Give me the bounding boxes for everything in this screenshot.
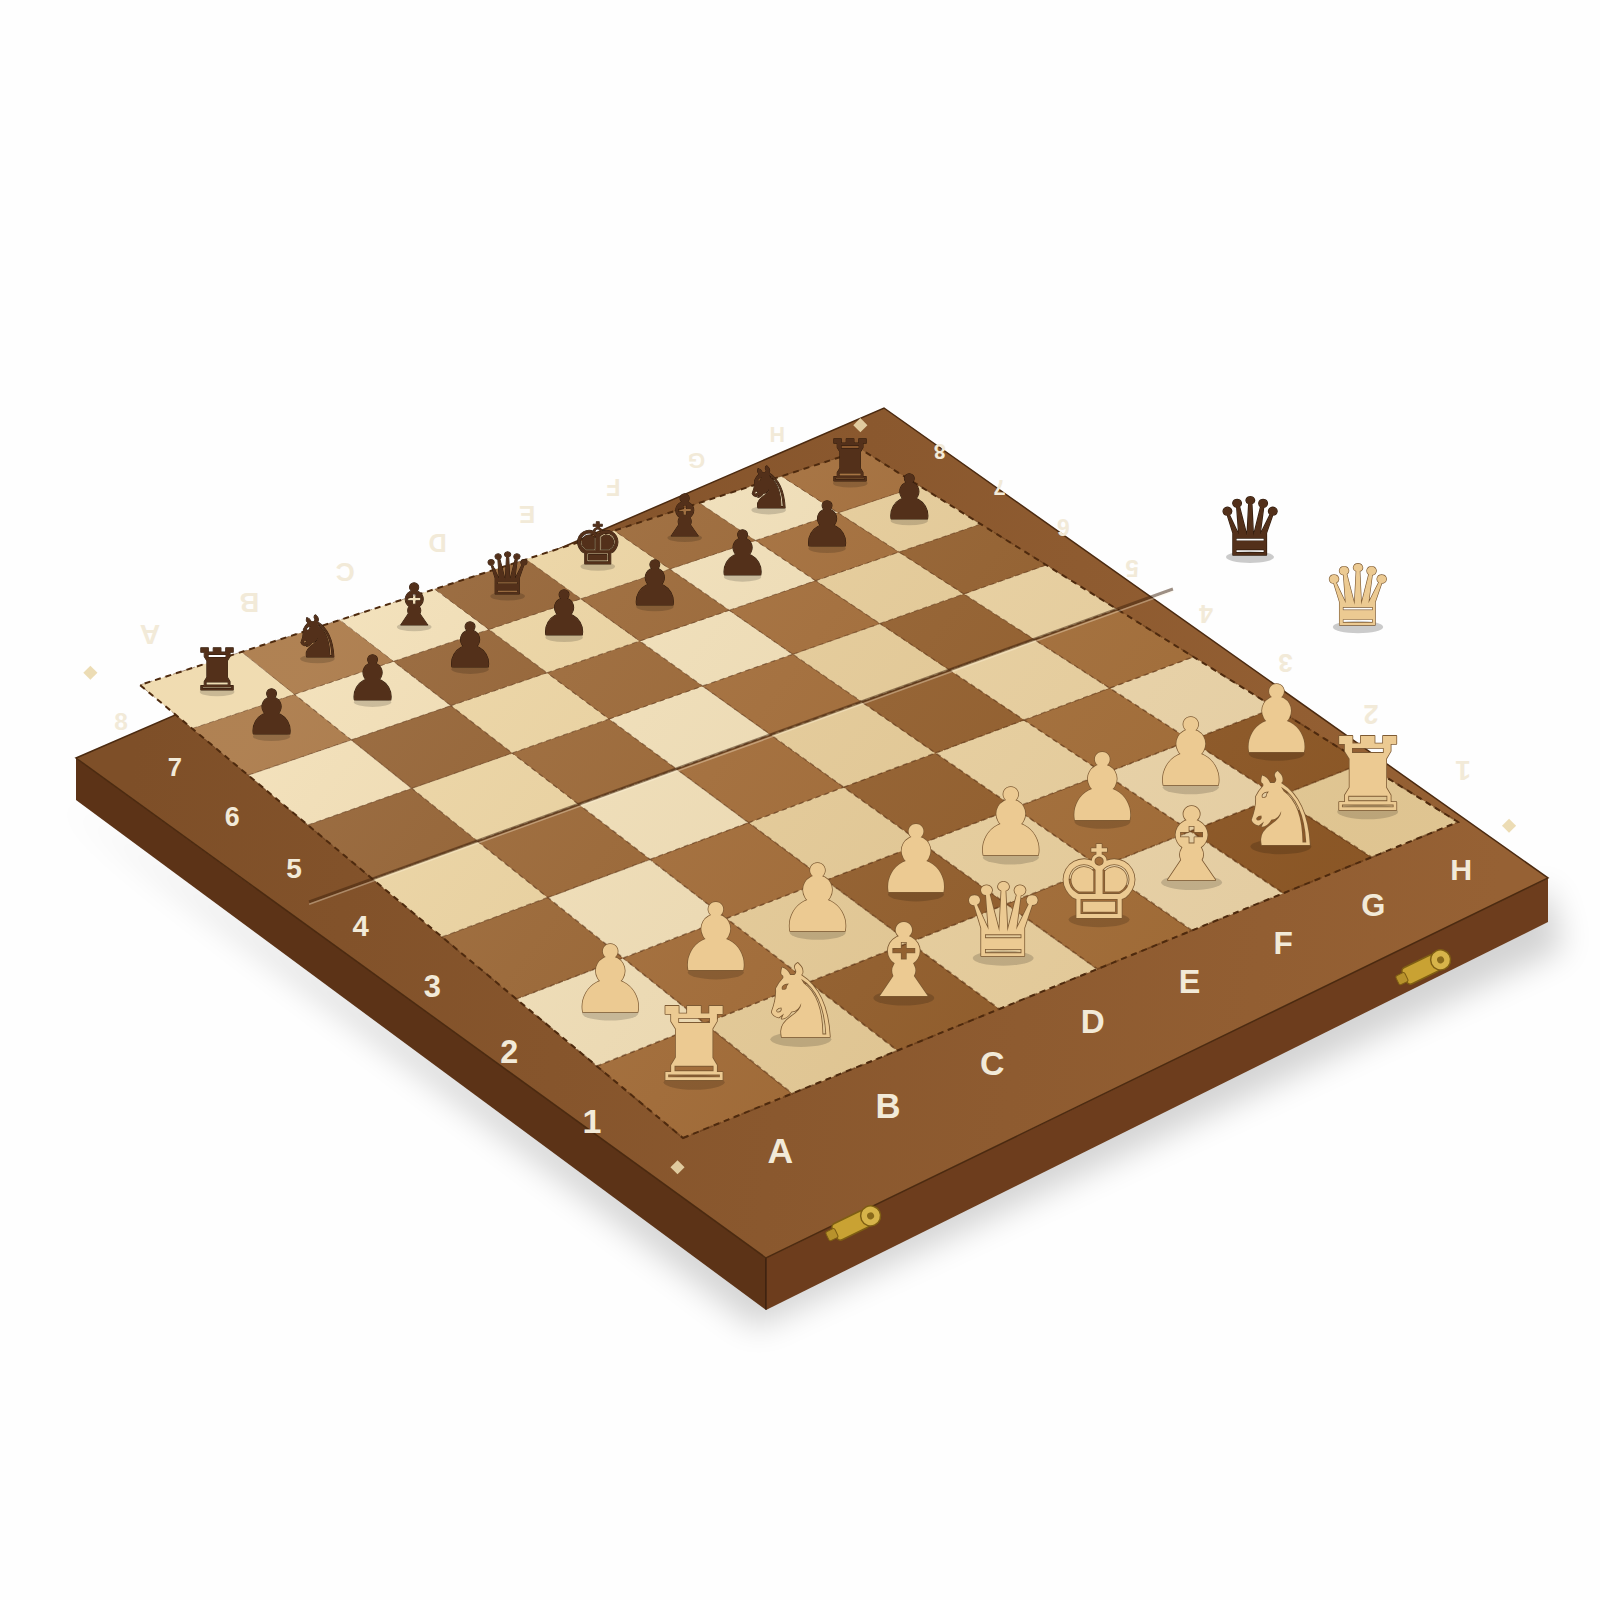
- piece-black-king-e8: ♚: [572, 510, 624, 578]
- piece-white-queen-d1: ♛: [958, 862, 1049, 980]
- rank-label-5-near: 5: [286, 853, 302, 884]
- file-label-f-far: F: [606, 474, 620, 500]
- file-label-a-far: A: [140, 619, 161, 651]
- file-label-a-near: A: [767, 1131, 793, 1171]
- piece-white-rook-h1: ♜: [1322, 716, 1413, 834]
- piece-white-knight-b1: ♞: [755, 943, 846, 1061]
- piece-black-bishop-c8: ♝: [388, 571, 440, 639]
- piece-black-knight-b8: ♞: [292, 603, 344, 671]
- piece-black-queen-d8: ♛: [482, 540, 534, 608]
- piece-white-pawn-d2: ♟: [874, 805, 958, 914]
- rank-label-6-near: 6: [225, 802, 240, 832]
- photo-stage: AABBCCDDEEFFGGHH1122334455667788♜♞♟♝♟♛♚♟…: [0, 0, 1600, 1600]
- piece-black-pawn-g7: ♟: [799, 488, 855, 561]
- piece-white-king-e1: ♚: [1054, 824, 1145, 942]
- piece-black-pawn-d7: ♟: [536, 577, 592, 650]
- piece-white-pawn-c2: ♟: [776, 844, 860, 953]
- piece-black-pawn-h7: ♟: [881, 461, 937, 534]
- piece-black-bishop-f8: ♝: [659, 482, 711, 550]
- piece-black-rook-h8: ♜: [824, 427, 876, 495]
- file-label-d-far: D: [429, 529, 447, 557]
- file-label-b-far: B: [239, 587, 259, 618]
- rank-label-7-near: 7: [168, 753, 182, 781]
- piece-white-bishop-c1: ♝: [858, 902, 949, 1020]
- rank-label-6-far: 6: [1057, 514, 1070, 540]
- file-label-h-near: H: [1450, 853, 1472, 886]
- piece-black-knight-g8: ♞: [743, 454, 795, 522]
- rank-label-2-near: 2: [500, 1034, 518, 1070]
- file-label-e-far: E: [519, 501, 535, 528]
- file-label-c-near: C: [980, 1044, 1004, 1082]
- rank-label-4-far: 4: [1199, 600, 1213, 628]
- piece-black-pawn-b7: ♟: [345, 642, 401, 715]
- file-label-b-near: B: [876, 1087, 901, 1125]
- file-label-d-near: D: [1081, 1003, 1105, 1040]
- spare-black-queen: ♛: [1214, 481, 1286, 574]
- piece-black-pawn-e7: ♟: [627, 547, 683, 620]
- rank-label-7-far: 7: [993, 475, 1005, 500]
- piece-white-bishop-f1: ♝: [1146, 786, 1237, 904]
- rank-label-1-far: 1: [1455, 755, 1471, 787]
- border-corner-diamond-1: [1502, 819, 1516, 833]
- piece-white-pawn-a2: ♟: [568, 925, 652, 1034]
- piece-white-pawn-b2: ♟: [674, 883, 758, 992]
- file-label-h-far: H: [770, 422, 785, 446]
- file-label-g-near: G: [1361, 888, 1385, 923]
- rank-label-3-near: 3: [424, 969, 441, 1004]
- file-label-f-near: F: [1273, 925, 1292, 961]
- rank-label-5-far: 5: [1125, 555, 1138, 582]
- chess-set-photo: AABBCCDDEEFFGGHH1122334455667788♜♞♟♝♟♛♚♟…: [0, 0, 1600, 1600]
- rank-label-8-near: 8: [114, 708, 128, 735]
- file-label-c-far: C: [336, 557, 355, 587]
- piece-black-pawn-f7: ♟: [715, 517, 771, 590]
- piece-white-rook-a1: ♜: [649, 986, 740, 1104]
- border-corner-diamond-2: [83, 666, 97, 680]
- rank-label-1-near: 1: [583, 1102, 602, 1140]
- spare-white-queen: ♛: [1320, 547, 1395, 645]
- rank-label-8-far: 8: [934, 439, 946, 463]
- piece-black-pawn-a7: ♟: [244, 676, 300, 749]
- piece-white-knight-g1: ♞: [1235, 751, 1326, 869]
- piece-black-rook-a8: ♜: [191, 636, 243, 704]
- piece-black-pawn-c7: ♟: [442, 609, 498, 682]
- file-label-g-far: G: [688, 448, 705, 473]
- rank-label-4-near: 4: [353, 909, 370, 942]
- file-label-e-near: E: [1179, 964, 1201, 1000]
